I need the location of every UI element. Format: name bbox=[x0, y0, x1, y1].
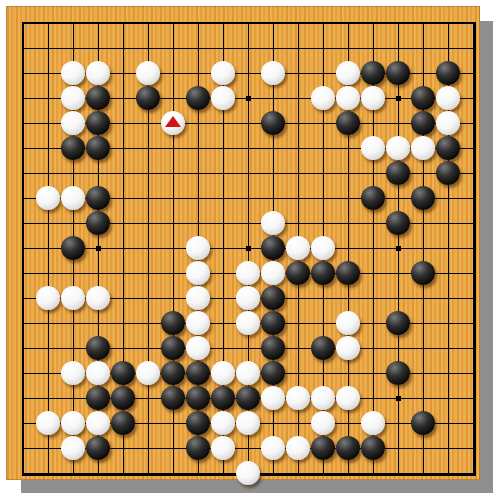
stone-white-D17[interactable] bbox=[86, 61, 110, 85]
stone-white-K8[interactable] bbox=[236, 286, 260, 310]
stone-black-L15[interactable] bbox=[261, 111, 285, 135]
stone-black-N6[interactable] bbox=[311, 336, 335, 360]
stone-black-R3[interactable] bbox=[411, 411, 435, 435]
stone-white-S15[interactable] bbox=[436, 111, 460, 135]
stone-white-K3[interactable] bbox=[236, 411, 260, 435]
stone-white-C8[interactable] bbox=[61, 286, 85, 310]
stone-black-D4[interactable] bbox=[86, 386, 110, 410]
stone-black-Q17[interactable] bbox=[386, 61, 410, 85]
stone-white-J16[interactable] bbox=[211, 86, 235, 110]
stone-white-L4[interactable] bbox=[261, 386, 285, 410]
star-point-16-16 bbox=[396, 396, 401, 401]
stone-black-Q13[interactable] bbox=[386, 161, 410, 185]
stone-white-H6[interactable] bbox=[186, 336, 210, 360]
stone-black-L7[interactable] bbox=[261, 311, 285, 335]
stone-black-P2[interactable] bbox=[361, 436, 385, 460]
stone-black-L5[interactable] bbox=[261, 361, 285, 385]
stone-black-R15[interactable] bbox=[411, 111, 435, 135]
stone-black-J4[interactable] bbox=[211, 386, 235, 410]
stone-black-H5[interactable] bbox=[186, 361, 210, 385]
star-point-16-10 bbox=[396, 246, 401, 251]
stone-black-D2[interactable] bbox=[86, 436, 110, 460]
stone-black-G5[interactable] bbox=[161, 361, 185, 385]
stone-black-C10[interactable] bbox=[61, 236, 85, 260]
stone-white-D3[interactable] bbox=[86, 411, 110, 435]
stone-white-O6[interactable] bbox=[336, 336, 360, 360]
stone-black-G4[interactable] bbox=[161, 386, 185, 410]
stone-white-S16[interactable] bbox=[436, 86, 460, 110]
stone-white-N3[interactable] bbox=[311, 411, 335, 435]
stone-black-D15[interactable] bbox=[86, 111, 110, 135]
stone-white-K7[interactable] bbox=[236, 311, 260, 335]
stone-white-R14[interactable] bbox=[411, 136, 435, 160]
stone-black-G7[interactable] bbox=[161, 311, 185, 335]
stone-black-O15[interactable] bbox=[336, 111, 360, 135]
stone-black-S13[interactable] bbox=[436, 161, 460, 185]
stone-white-N10[interactable] bbox=[311, 236, 335, 260]
stone-black-Q5[interactable] bbox=[386, 361, 410, 385]
stone-white-L17[interactable] bbox=[261, 61, 285, 85]
stone-black-D11[interactable] bbox=[86, 211, 110, 235]
stone-white-L9[interactable] bbox=[261, 261, 285, 285]
stone-white-C12[interactable] bbox=[61, 186, 85, 210]
stone-black-M9[interactable] bbox=[286, 261, 310, 285]
stone-white-M4[interactable] bbox=[286, 386, 310, 410]
stone-white-F5[interactable] bbox=[136, 361, 160, 385]
stone-black-E3[interactable] bbox=[111, 411, 135, 435]
stone-white-H7[interactable] bbox=[186, 311, 210, 335]
stone-white-M2[interactable] bbox=[286, 436, 310, 460]
stone-white-C17[interactable] bbox=[61, 61, 85, 85]
stone-black-G6[interactable] bbox=[161, 336, 185, 360]
last-move-triangle-marker-icon bbox=[165, 116, 181, 127]
stone-white-P14[interactable] bbox=[361, 136, 385, 160]
stone-white-P16[interactable] bbox=[361, 86, 385, 110]
stone-black-H4[interactable] bbox=[186, 386, 210, 410]
stone-white-O4[interactable] bbox=[336, 386, 360, 410]
stone-white-C5[interactable] bbox=[61, 361, 85, 385]
stone-white-J5[interactable] bbox=[211, 361, 235, 385]
stone-white-O7[interactable] bbox=[336, 311, 360, 335]
stone-white-Q14[interactable] bbox=[386, 136, 410, 160]
stone-white-D5[interactable] bbox=[86, 361, 110, 385]
stone-black-D16[interactable] bbox=[86, 86, 110, 110]
stone-white-C3[interactable] bbox=[61, 411, 85, 435]
stone-black-Q7[interactable] bbox=[386, 311, 410, 335]
stone-black-D6[interactable] bbox=[86, 336, 110, 360]
stone-white-O17[interactable] bbox=[336, 61, 360, 85]
stone-white-B3[interactable] bbox=[36, 411, 60, 435]
stone-black-R16[interactable] bbox=[411, 86, 435, 110]
stone-black-F16[interactable] bbox=[136, 86, 160, 110]
stone-black-L10[interactable] bbox=[261, 236, 285, 260]
stone-white-C15[interactable] bbox=[61, 111, 85, 135]
stone-black-Q11[interactable] bbox=[386, 211, 410, 235]
stone-white-M10[interactable] bbox=[286, 236, 310, 260]
stone-white-H9[interactable] bbox=[186, 261, 210, 285]
go-board[interactable] bbox=[6, 6, 480, 480]
stone-white-N4[interactable] bbox=[311, 386, 335, 410]
stone-black-H2[interactable] bbox=[186, 436, 210, 460]
stone-black-H16[interactable] bbox=[186, 86, 210, 110]
stone-white-D8[interactable] bbox=[86, 286, 110, 310]
star-point-10-4 bbox=[246, 96, 251, 101]
stone-black-S17[interactable] bbox=[436, 61, 460, 85]
stone-black-L8[interactable] bbox=[261, 286, 285, 310]
stone-white-J3[interactable] bbox=[211, 411, 235, 435]
stone-white-J17[interactable] bbox=[211, 61, 235, 85]
stone-black-D14[interactable] bbox=[86, 136, 110, 160]
star-point-10-10 bbox=[246, 246, 251, 251]
stone-white-K9[interactable] bbox=[236, 261, 260, 285]
stone-black-E5[interactable] bbox=[111, 361, 135, 385]
stone-white-B8[interactable] bbox=[36, 286, 60, 310]
stone-black-S14[interactable] bbox=[436, 136, 460, 160]
stone-black-O9[interactable] bbox=[336, 261, 360, 285]
stone-white-F17[interactable] bbox=[136, 61, 160, 85]
stone-black-R9[interactable] bbox=[411, 261, 435, 285]
go-app-window bbox=[0, 0, 500, 500]
stone-white-O16[interactable] bbox=[336, 86, 360, 110]
stone-white-J2[interactable] bbox=[211, 436, 235, 460]
stone-white-H10[interactable] bbox=[186, 236, 210, 260]
stone-black-L6[interactable] bbox=[261, 336, 285, 360]
stone-white-K1[interactable] bbox=[236, 461, 260, 485]
stone-white-H8[interactable] bbox=[186, 286, 210, 310]
stone-white-N16[interactable] bbox=[311, 86, 335, 110]
stone-white-B12[interactable] bbox=[36, 186, 60, 210]
stone-white-L11[interactable] bbox=[261, 211, 285, 235]
star-point-16-4 bbox=[396, 96, 401, 101]
stone-black-P12[interactable] bbox=[361, 186, 385, 210]
star-point-4-10 bbox=[96, 246, 101, 251]
stone-black-K4[interactable] bbox=[236, 386, 260, 410]
stone-black-H3[interactable] bbox=[186, 411, 210, 435]
stone-white-L2[interactable] bbox=[261, 436, 285, 460]
stone-white-C16[interactable] bbox=[61, 86, 85, 110]
stone-black-D12[interactable] bbox=[86, 186, 110, 210]
stone-white-P3[interactable] bbox=[361, 411, 385, 435]
stone-black-P17[interactable] bbox=[361, 61, 385, 85]
stone-black-R12[interactable] bbox=[411, 186, 435, 210]
stone-black-E4[interactable] bbox=[111, 386, 135, 410]
stone-black-N2[interactable] bbox=[311, 436, 335, 460]
stone-black-O2[interactable] bbox=[336, 436, 360, 460]
stone-white-C2[interactable] bbox=[61, 436, 85, 460]
stone-white-K5[interactable] bbox=[236, 361, 260, 385]
stone-black-C14[interactable] bbox=[61, 136, 85, 160]
stone-black-N9[interactable] bbox=[311, 261, 335, 285]
